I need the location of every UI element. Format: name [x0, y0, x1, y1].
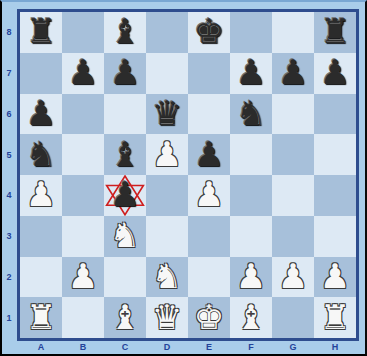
piece-white-bishop[interactable]: ♝ [236, 300, 266, 334]
piece-black-rook[interactable]: ♜ [26, 14, 56, 48]
square-f4[interactable] [230, 175, 272, 216]
piece-white-queen[interactable]: ♛ [152, 300, 182, 334]
chess-board: ♜♝♚♜♟♟♟♟♟♟♛♞♞♝♟♟♟♟♟♞♟♞♟♟♟♜♝♛♚♝♜ [20, 12, 356, 338]
chess-board-frame: 87654321 ABCDEFGH ♜♝♚♜♟♟♟♟♟♟♛♞♞♝♟♟♟♟♟♞♟♞… [0, 0, 367, 356]
square-g4[interactable] [272, 175, 314, 216]
square-a7[interactable] [20, 53, 62, 94]
piece-black-king[interactable]: ♚ [194, 14, 224, 48]
piece-black-pawn[interactable]: ♟ [194, 137, 224, 171]
square-e5[interactable]: ♟ [188, 134, 230, 175]
piece-white-pawn[interactable]: ♟ [320, 259, 350, 293]
file-labels: ABCDEFGH [20, 341, 356, 354]
file-label: B [62, 341, 104, 354]
square-h1[interactable]: ♜ [314, 297, 356, 338]
piece-black-pawn[interactable]: ♟ [320, 55, 350, 89]
square-e2[interactable] [188, 257, 230, 298]
square-d8[interactable] [146, 12, 188, 53]
square-f3[interactable] [230, 216, 272, 257]
square-h8[interactable]: ♜ [314, 12, 356, 53]
file-label: H [314, 341, 356, 354]
square-d3[interactable] [146, 216, 188, 257]
square-h4[interactable] [314, 175, 356, 216]
square-b7[interactable]: ♟ [62, 53, 104, 94]
square-e7[interactable] [188, 53, 230, 94]
square-g2[interactable]: ♟ [272, 257, 314, 298]
piece-black-bishop[interactable]: ♝ [110, 14, 140, 48]
square-f7[interactable]: ♟ [230, 53, 272, 94]
file-label: C [104, 341, 146, 354]
square-g6[interactable] [272, 94, 314, 135]
piece-white-pawn[interactable]: ♟ [26, 177, 56, 211]
square-d5[interactable]: ♟ [146, 134, 188, 175]
square-a2[interactable] [20, 257, 62, 298]
square-c2[interactable] [104, 257, 146, 298]
square-b6[interactable] [62, 94, 104, 135]
square-b2[interactable]: ♟ [62, 257, 104, 298]
piece-black-pawn[interactable]: ♟ [68, 55, 98, 89]
square-g7[interactable]: ♟ [272, 53, 314, 94]
file-label: D [146, 341, 188, 354]
square-c4[interactable]: ♟ [104, 175, 146, 216]
square-c5[interactable]: ♝ [104, 134, 146, 175]
square-c3[interactable]: ♞ [104, 216, 146, 257]
file-label: E [188, 341, 230, 354]
piece-white-knight[interactable]: ♞ [152, 259, 182, 293]
piece-black-knight[interactable]: ♞ [236, 96, 266, 130]
square-a6[interactable]: ♟ [20, 94, 62, 135]
piece-white-knight[interactable]: ♞ [110, 218, 140, 252]
piece-black-queen[interactable]: ♛ [152, 96, 182, 130]
piece-white-pawn[interactable]: ♟ [68, 259, 98, 293]
square-e6[interactable] [188, 94, 230, 135]
rank-label: 5 [2, 134, 16, 175]
rank-label: 7 [2, 53, 16, 94]
rank-label: 6 [2, 94, 16, 135]
piece-black-bishop[interactable]: ♝ [110, 137, 140, 171]
rank-label: 8 [2, 12, 16, 53]
piece-black-pawn[interactable]: ♟ [236, 55, 266, 89]
piece-white-rook[interactable]: ♜ [26, 300, 56, 334]
square-e8[interactable]: ♚ [188, 12, 230, 53]
square-e4[interactable]: ♟ [188, 175, 230, 216]
square-c8[interactable]: ♝ [104, 12, 146, 53]
piece-white-pawn[interactable]: ♟ [236, 259, 266, 293]
piece-white-bishop[interactable]: ♝ [110, 300, 140, 334]
square-g5[interactable] [272, 134, 314, 175]
piece-white-rook[interactable]: ♜ [320, 300, 350, 334]
square-f8[interactable] [230, 12, 272, 53]
square-e1[interactable]: ♚ [188, 297, 230, 338]
square-g1[interactable] [272, 297, 314, 338]
square-b3[interactable] [62, 216, 104, 257]
square-b5[interactable] [62, 134, 104, 175]
square-b1[interactable] [62, 297, 104, 338]
square-g3[interactable] [272, 216, 314, 257]
square-a3[interactable] [20, 216, 62, 257]
piece-black-knight[interactable]: ♞ [26, 137, 56, 171]
square-c7[interactable]: ♟ [104, 53, 146, 94]
rank-label: 4 [2, 175, 16, 216]
square-f6[interactable]: ♞ [230, 94, 272, 135]
square-e3[interactable] [188, 216, 230, 257]
square-b4[interactable] [62, 175, 104, 216]
square-d1[interactable]: ♛ [146, 297, 188, 338]
square-d7[interactable] [146, 53, 188, 94]
rank-label: 3 [2, 216, 16, 257]
square-g8[interactable] [272, 12, 314, 53]
square-b8[interactable] [62, 12, 104, 53]
square-f5[interactable] [230, 134, 272, 175]
piece-black-pawn[interactable]: ♟ [110, 177, 140, 211]
square-d6[interactable]: ♛ [146, 94, 188, 135]
piece-white-pawn[interactable]: ♟ [278, 259, 308, 293]
piece-black-pawn[interactable]: ♟ [26, 96, 56, 130]
board-border: ♜♝♚♜♟♟♟♟♟♟♛♞♞♝♟♟♟♟♟♞♟♞♟♟♟♜♝♛♚♝♜ [17, 9, 359, 341]
file-label: G [272, 341, 314, 354]
file-label: A [20, 341, 62, 354]
square-h5[interactable] [314, 134, 356, 175]
piece-white-pawn[interactable]: ♟ [152, 137, 182, 171]
piece-black-rook[interactable]: ♜ [320, 14, 350, 48]
rank-labels: 87654321 [2, 12, 16, 338]
square-f1[interactable]: ♝ [230, 297, 272, 338]
rank-label: 1 [2, 297, 16, 338]
rank-label: 2 [2, 257, 16, 298]
square-h6[interactable] [314, 94, 356, 135]
square-d4[interactable] [146, 175, 188, 216]
square-c1[interactable]: ♝ [104, 297, 146, 338]
square-f2[interactable]: ♟ [230, 257, 272, 298]
piece-black-pawn[interactable]: ♟ [278, 55, 308, 89]
square-d2[interactable]: ♞ [146, 257, 188, 298]
piece-black-pawn[interactable]: ♟ [110, 55, 140, 89]
square-h2[interactable]: ♟ [314, 257, 356, 298]
square-a5[interactable]: ♞ [20, 134, 62, 175]
square-a4[interactable]: ♟ [20, 175, 62, 216]
piece-white-king[interactable]: ♚ [194, 300, 224, 334]
file-label: F [230, 341, 272, 354]
square-h3[interactable] [314, 216, 356, 257]
square-a8[interactable]: ♜ [20, 12, 62, 53]
square-a1[interactable]: ♜ [20, 297, 62, 338]
square-h7[interactable]: ♟ [314, 53, 356, 94]
piece-white-pawn[interactable]: ♟ [194, 177, 224, 211]
square-c6[interactable] [104, 94, 146, 135]
